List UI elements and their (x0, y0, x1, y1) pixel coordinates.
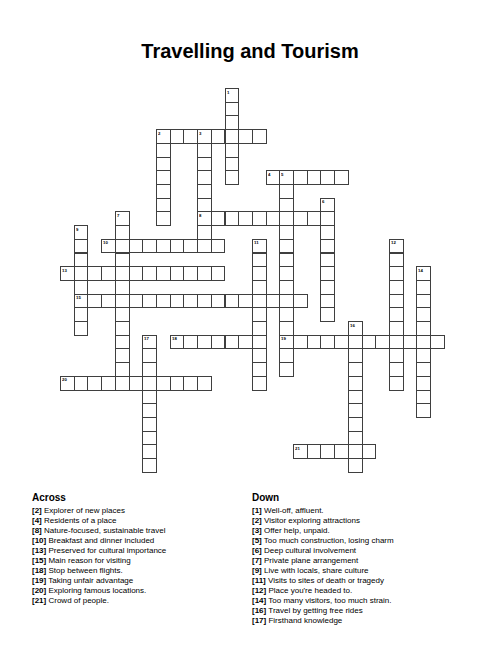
cell-17-16[interactable] (279, 321, 294, 336)
across-clue-19: [19] Taking unfair advantage (32, 576, 166, 586)
clue-number: [20] (32, 586, 46, 595)
cell-21-10[interactable] (197, 376, 212, 391)
across-clue-10: [10] Breakfast and dinner included (32, 536, 166, 546)
cell-18-14[interactable] (252, 335, 267, 350)
down-clue-17: [17] Firsthand knowledge (252, 616, 394, 626)
cell-14-19[interactable] (320, 280, 335, 295)
cell-21-14[interactable] (252, 376, 267, 391)
cell-15-6[interactable] (142, 294, 157, 309)
cell-3-13[interactable] (238, 129, 253, 144)
clue-number: [9] (252, 566, 262, 575)
cell-9-12[interactable] (225, 211, 240, 226)
cell-10-4[interactable] (115, 225, 130, 240)
cell-number: 4 (268, 172, 270, 176)
cell-number: 13 (62, 268, 67, 272)
clue-number: [14] (252, 596, 266, 605)
cell-15-13[interactable] (238, 294, 253, 309)
clue-number: [2] (32, 506, 42, 515)
cell-3-8[interactable] (170, 129, 185, 144)
cell-15-24[interactable] (389, 294, 404, 309)
clue-number: [15] (32, 556, 46, 565)
cell-6-17[interactable] (293, 170, 308, 185)
clue-number: [19] (32, 576, 46, 585)
cell-21-7[interactable] (156, 376, 171, 391)
cell-18-21[interactable] (348, 335, 363, 350)
cell-9-15[interactable] (266, 211, 281, 226)
cell-21-24[interactable] (389, 376, 404, 391)
cell-3-7[interactable]: 2 (156, 129, 171, 144)
cell-15-9[interactable] (183, 294, 198, 309)
clue-number: [21] (32, 596, 46, 605)
clue-number: [10] (32, 536, 46, 545)
cell-number: 5 (281, 172, 283, 176)
cell-23-21[interactable] (348, 403, 363, 418)
cell-19-21[interactable] (348, 348, 363, 363)
cell-15-12[interactable] (225, 294, 240, 309)
cell-22-6[interactable] (142, 390, 157, 405)
cell-23-6[interactable] (142, 403, 157, 418)
cell-20-4[interactable] (115, 362, 130, 377)
cell-15-15[interactable] (266, 294, 281, 309)
cell-21-6[interactable] (142, 376, 157, 391)
cell-20-21[interactable] (348, 362, 363, 377)
cell-9-17[interactable] (293, 211, 308, 226)
cell-number: 11 (254, 240, 259, 244)
clue-number: [16] (252, 606, 266, 615)
cell-18-18[interactable] (307, 335, 322, 350)
cell-18-26[interactable] (416, 335, 431, 350)
cell-11-6[interactable] (142, 239, 157, 254)
cell-24-6[interactable] (142, 417, 157, 432)
cell-13-14[interactable] (252, 266, 267, 281)
down-clues-list: [1] Well-off, affluent.[2] Visitor explo… (252, 506, 394, 626)
cell-18-12[interactable] (225, 335, 240, 350)
cell-13-1[interactable] (74, 266, 89, 281)
cell-7-16[interactable] (279, 184, 294, 199)
cell-16-26[interactable] (416, 307, 431, 322)
cell-6-16[interactable]: 5 (279, 170, 294, 185)
cell-9-7[interactable] (156, 211, 171, 226)
cell-11-24[interactable]: 12 (389, 239, 404, 254)
cell-4-12[interactable] (225, 143, 240, 158)
cell-5-12[interactable] (225, 157, 240, 172)
cell-18-9[interactable] (183, 335, 198, 350)
cell-11-11[interactable] (211, 239, 226, 254)
cell-9-13[interactable] (238, 211, 253, 226)
cell-11-19[interactable] (320, 239, 335, 254)
across-clue-20: [20] Exploring famous locations. (32, 586, 166, 596)
cell-6-12[interactable] (225, 170, 240, 185)
across-clues-list: [2] Explorer of new places[4] Residents … (32, 506, 166, 606)
cell-13-26[interactable]: 14 (416, 266, 431, 281)
cell-3-14[interactable] (252, 129, 267, 144)
cell-0-12[interactable]: 1 (225, 88, 240, 103)
cell-15-4[interactable] (115, 294, 130, 309)
cell-21-1[interactable] (74, 376, 89, 391)
cell-11-14[interactable]: 11 (252, 239, 267, 254)
cell-15-5[interactable] (129, 294, 144, 309)
cell-13-7[interactable] (156, 266, 171, 281)
clue-number: [6] (252, 546, 262, 555)
cell-5-10[interactable] (197, 157, 212, 172)
cell-18-27[interactable] (430, 335, 445, 350)
cell-18-17[interactable] (293, 335, 308, 350)
cell-26-20[interactable] (334, 444, 349, 459)
cell-7-10[interactable] (197, 184, 212, 199)
cell-3-10[interactable]: 3 (197, 129, 212, 144)
down-clue-5: [5] Too much construction, losing charm (252, 536, 394, 546)
across-clue-18: [18] Stop between flights. (32, 566, 166, 576)
cell-13-4[interactable] (115, 266, 130, 281)
cell-18-6[interactable]: 17 (142, 335, 157, 350)
cell-19-26[interactable] (416, 348, 431, 363)
cell-11-1[interactable] (74, 239, 89, 254)
cell-20-14[interactable] (252, 362, 267, 377)
cell-16-19[interactable] (320, 307, 335, 322)
cell-21-0[interactable]: 20 (60, 376, 75, 391)
cell-11-10[interactable] (197, 239, 212, 254)
across-clue-8: [8] Nature-focused, sustainable travel (32, 526, 166, 536)
across-clue-21: [21] Crowd of people. (32, 596, 166, 606)
cell-13-5[interactable] (129, 266, 144, 281)
cell-4-7[interactable] (156, 143, 171, 158)
cell-6-20[interactable] (334, 170, 349, 185)
puzzle-title: Travelling and Tourism (0, 40, 500, 63)
cell-18-4[interactable] (115, 335, 130, 350)
cell-9-19[interactable] (320, 211, 335, 226)
cell-13-10[interactable] (197, 266, 212, 281)
cell-21-8[interactable] (170, 376, 185, 391)
cell-13-0[interactable]: 13 (60, 266, 75, 281)
cell-18-25[interactable] (403, 335, 418, 350)
cell-15-1[interactable]: 15 (74, 294, 89, 309)
cell-18-16[interactable]: 19 (279, 335, 294, 350)
cell-20-26[interactable] (416, 362, 431, 377)
down-clue-9: [9] Live with locals, share culture (252, 566, 394, 576)
cell-number: 8 (199, 213, 201, 217)
down-clue-12: [12] Place you're headed to. (252, 586, 394, 596)
cell-18-10[interactable] (197, 335, 212, 350)
cell-18-23[interactable] (375, 335, 390, 350)
down-clue-6: [6] Deep cultural involvement (252, 546, 394, 556)
cell-21-3[interactable] (101, 376, 116, 391)
cell-26-17[interactable]: 21 (293, 444, 308, 459)
cell-12-14[interactable] (252, 253, 267, 268)
cell-7-7[interactable] (156, 184, 171, 199)
across-clues-section: Across [2] Explorer of new places[4] Res… (32, 492, 166, 606)
clue-number: [17] (252, 616, 266, 625)
cell-16-16[interactable] (279, 307, 294, 322)
cell-20-24[interactable] (389, 362, 404, 377)
cell-6-18[interactable] (307, 170, 322, 185)
cell-26-22[interactable] (362, 444, 377, 459)
cell-11-4[interactable] (115, 239, 130, 254)
cell-11-8[interactable] (170, 239, 185, 254)
down-clue-2: [2] Visitor exploring attractions (252, 516, 394, 526)
cell-13-16[interactable] (279, 266, 294, 281)
clue-number: [12] (252, 586, 266, 595)
cell-18-19[interactable] (320, 335, 335, 350)
cell-number: 20 (62, 377, 67, 381)
cell-27-21[interactable] (348, 458, 363, 473)
across-clue-4: [4] Residents of a place (32, 516, 166, 526)
cell-25-6[interactable] (142, 431, 157, 446)
clue-number: [1] (252, 506, 262, 515)
cell-number: 1 (227, 90, 229, 94)
cell-number: 18 (172, 336, 177, 340)
cell-9-18[interactable] (307, 211, 322, 226)
cell-15-19[interactable] (320, 294, 335, 309)
clue-number: [5] (252, 536, 262, 545)
cell-number: 2 (158, 131, 160, 135)
cell-9-11[interactable] (211, 211, 226, 226)
across-clue-15: [15] Main reason for visiting (32, 556, 166, 566)
cell-21-4[interactable] (115, 376, 130, 391)
cell-13-24[interactable] (389, 266, 404, 281)
cell-9-10[interactable]: 8 (197, 211, 212, 226)
cell-18-24[interactable] (389, 335, 404, 350)
cell-12-4[interactable] (115, 253, 130, 268)
cell-19-16[interactable] (279, 348, 294, 363)
down-clue-16: [16] Travel by getting free rides (252, 606, 394, 616)
clue-number: [18] (32, 566, 46, 575)
across-clue-2: [2] Explorer of new places (32, 506, 166, 516)
cell-13-9[interactable] (183, 266, 198, 281)
cell-11-5[interactable] (129, 239, 144, 254)
cell-16-24[interactable] (389, 307, 404, 322)
clue-number: [3] (252, 526, 262, 535)
cell-number: 14 (418, 268, 423, 272)
cell-12-1[interactable] (74, 253, 89, 268)
cell-8-19[interactable]: 6 (320, 198, 335, 213)
cell-16-1[interactable] (74, 307, 89, 322)
cell-11-16[interactable] (279, 239, 294, 254)
cell-number: 3 (199, 131, 201, 135)
cell-15-16[interactable] (279, 294, 294, 309)
cell-8-7[interactable] (156, 198, 171, 213)
cell-16-14[interactable] (252, 307, 267, 322)
cell-10-10[interactable] (197, 225, 212, 240)
clue-number: [4] (32, 516, 42, 525)
down-clue-3: [3] Offer help, unpaid. (252, 526, 394, 536)
cell-14-14[interactable] (252, 280, 267, 295)
cell-13-8[interactable] (170, 266, 185, 281)
cell-15-11[interactable] (211, 294, 226, 309)
cell-21-2[interactable] (87, 376, 102, 391)
cell-25-21[interactable] (348, 431, 363, 446)
clue-number: [7] (252, 556, 262, 565)
cell-21-21[interactable] (348, 376, 363, 391)
cell-6-10[interactable] (197, 170, 212, 185)
cell-18-20[interactable] (334, 335, 349, 350)
cell-23-26[interactable] (416, 403, 431, 418)
cell-15-10[interactable] (197, 294, 212, 309)
cell-24-21[interactable] (348, 417, 363, 432)
cell-number: 6 (322, 199, 324, 203)
clue-number: [2] (252, 516, 262, 525)
cell-10-1[interactable]: 9 (74, 225, 89, 240)
cell-number: 15 (76, 295, 81, 299)
cell-20-6[interactable] (142, 362, 157, 377)
cell-13-6[interactable] (142, 266, 157, 281)
cell-6-7[interactable] (156, 170, 171, 185)
down-header: Down (252, 492, 394, 503)
crossword-worksheet: Travelling and Tourism 12345678910111213… (0, 0, 500, 647)
cell-13-11[interactable] (211, 266, 226, 281)
cell-14-24[interactable] (389, 280, 404, 295)
cell-3-9[interactable] (183, 129, 198, 144)
cell-17-26[interactable] (416, 321, 431, 336)
down-clue-14: [14] Too many visitors, too much strain. (252, 596, 394, 606)
cell-9-14[interactable] (252, 211, 267, 226)
cell-19-6[interactable] (142, 348, 157, 363)
cell-21-5[interactable] (129, 376, 144, 391)
cell-21-26[interactable] (416, 376, 431, 391)
cell-4-10[interactable] (197, 143, 212, 158)
cell-11-3[interactable]: 10 (101, 239, 116, 254)
down-clue-1: [1] Well-off, affluent. (252, 506, 394, 516)
cell-number: 9 (76, 227, 78, 231)
cell-17-14[interactable] (252, 321, 267, 336)
crossword-grid: 123456789101112131415161718192021 (60, 88, 446, 474)
cell-5-7[interactable] (156, 157, 171, 172)
cell-12-16[interactable] (279, 253, 294, 268)
cell-1-12[interactable] (225, 102, 240, 117)
cell-17-21[interactable]: 16 (348, 321, 363, 336)
cell-13-2[interactable] (87, 266, 102, 281)
cell-8-16[interactable] (279, 198, 294, 213)
cell-10-19[interactable] (320, 225, 335, 240)
cell-21-9[interactable] (183, 376, 198, 391)
cell-14-4[interactable] (115, 280, 130, 295)
cell-number: 12 (391, 240, 396, 244)
cell-15-7[interactable] (156, 294, 171, 309)
cell-18-22[interactable] (362, 335, 377, 350)
cell-20-16[interactable] (279, 362, 294, 377)
cell-16-4[interactable] (115, 307, 130, 322)
cell-22-21[interactable] (348, 390, 363, 405)
cell-number: 19 (281, 336, 286, 340)
cell-number: 7 (117, 213, 119, 217)
cell-14-1[interactable] (74, 280, 89, 295)
cell-14-26[interactable] (416, 280, 431, 295)
across-clue-13: [13] Preserved for cultural importance (32, 546, 166, 556)
clue-number: [13] (32, 546, 46, 555)
cell-8-10[interactable] (197, 198, 212, 213)
cell-9-16[interactable] (279, 211, 294, 226)
cell-11-7[interactable] (156, 239, 171, 254)
cell-26-6[interactable] (142, 444, 157, 459)
cell-3-11[interactable] (211, 129, 226, 144)
cell-18-8[interactable]: 18 (170, 335, 185, 350)
cell-26-21[interactable] (348, 444, 363, 459)
cell-15-17[interactable] (293, 294, 308, 309)
down-clue-7: [7] Private plane arrangement (252, 556, 394, 566)
cell-13-3[interactable] (101, 266, 116, 281)
cell-18-13[interactable] (238, 335, 253, 350)
cell-15-14[interactable] (252, 294, 267, 309)
cell-12-19[interactable] (320, 253, 335, 268)
clue-number: [8] (32, 526, 42, 535)
cell-11-9[interactable] (183, 239, 198, 254)
cell-12-24[interactable] (389, 253, 404, 268)
cell-17-1[interactable] (74, 321, 89, 336)
cell-2-12[interactable] (225, 115, 240, 130)
cell-15-26[interactable] (416, 294, 431, 309)
cell-number: 10 (103, 240, 108, 244)
cell-number: 16 (350, 323, 355, 327)
down-clue-11: [11] Visits to sites of death or tragedy (252, 576, 394, 586)
cell-10-16[interactable] (279, 225, 294, 240)
cell-18-11[interactable] (211, 335, 226, 350)
cell-19-24[interactable] (389, 348, 404, 363)
cell-22-26[interactable] (416, 390, 431, 405)
cell-6-19[interactable] (320, 170, 335, 185)
cell-27-6[interactable] (142, 458, 157, 473)
cell-15-2[interactable] (87, 294, 102, 309)
cell-number: 21 (295, 446, 300, 450)
clue-number: [11] (252, 576, 266, 585)
across-header: Across (32, 492, 166, 503)
cell-26-19[interactable] (320, 444, 335, 459)
cell-26-18[interactable] (307, 444, 322, 459)
cell-17-4[interactable] (115, 321, 130, 336)
cell-9-4[interactable]: 7 (115, 211, 130, 226)
cell-17-24[interactable] (389, 321, 404, 336)
cell-3-12[interactable] (225, 129, 240, 144)
cell-13-19[interactable] (320, 266, 335, 281)
cell-6-15[interactable]: 4 (266, 170, 281, 185)
cell-14-16[interactable] (279, 280, 294, 295)
cell-19-4[interactable] (115, 348, 130, 363)
cell-19-14[interactable] (252, 348, 267, 363)
cell-15-3[interactable] (101, 294, 116, 309)
cell-15-8[interactable] (170, 294, 185, 309)
down-clues-section: Down [1] Well-off, affluent.[2] Visitor … (252, 492, 394, 626)
cell-number: 17 (144, 336, 149, 340)
